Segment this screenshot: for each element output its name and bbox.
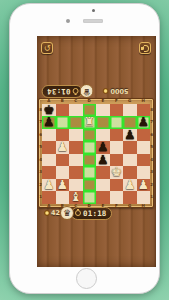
- opponent-time: 01:34: [47, 87, 71, 96]
- square-h1[interactable]: [137, 191, 151, 204]
- square-c7[interactable]: [69, 116, 83, 129]
- square-h5[interactable]: [137, 141, 151, 154]
- front-camera-icon: [66, 19, 70, 23]
- player-timer: ♛ 01:18: [60, 206, 112, 221]
- square-e1[interactable]: [96, 191, 110, 204]
- rank-label-6: 6: [150, 129, 154, 142]
- square-f2[interactable]: [110, 179, 124, 192]
- rank-labels-right: 87654321: [150, 104, 154, 204]
- square-c1[interactable]: ♝: [69, 191, 83, 204]
- square-e7[interactable]: [96, 116, 110, 129]
- piece-white-bishop[interactable]: ♝: [70, 191, 81, 204]
- phone-frame: ↺ ♛ 01:34 5000: [9, 3, 160, 294]
- opponent-rating: 5000: [103, 86, 129, 96]
- square-b1[interactable]: [56, 191, 70, 204]
- square-c4[interactable]: [69, 154, 83, 167]
- back-icon: ↺: [44, 44, 51, 53]
- square-g8[interactable]: [123, 104, 137, 117]
- rank-label-2: 2: [150, 179, 154, 192]
- rank-label-3: 3: [150, 166, 154, 179]
- square-d7[interactable]: ♜: [83, 116, 97, 129]
- square-b8[interactable]: [56, 104, 70, 117]
- sensor-dot-icon: [92, 9, 95, 12]
- square-d6[interactable]: [83, 129, 97, 142]
- piece-black-pawn[interactable]: ♟: [43, 116, 54, 129]
- square-f8[interactable]: [110, 104, 124, 117]
- rank-label-8: 8: [150, 104, 154, 117]
- square-g5[interactable]: [123, 141, 137, 154]
- piece-black-pawn[interactable]: ♟: [124, 129, 135, 142]
- rank-label-7: 7: [150, 116, 154, 129]
- square-b4[interactable]: [56, 154, 70, 167]
- medal-icon: [103, 88, 109, 94]
- stopwatch-icon: [72, 88, 78, 94]
- piece-white-pawn[interactable]: ♟: [43, 179, 54, 192]
- square-d3[interactable]: [83, 166, 97, 179]
- square-f6[interactable]: [110, 129, 124, 142]
- square-e4[interactable]: ♟: [96, 154, 110, 167]
- square-a7[interactable]: ♟: [42, 116, 56, 129]
- piece-white-pawn[interactable]: ♟: [124, 179, 135, 192]
- home-button[interactable]: [76, 268, 97, 289]
- board-grid: ♚♟♜♟♟♟♟♟♚♟♟♟♟♝: [42, 104, 150, 204]
- square-g6[interactable]: ♟: [123, 129, 137, 142]
- square-c6[interactable]: [69, 129, 83, 142]
- sound-icon: [141, 45, 150, 53]
- page-background: ↺ ♛ 01:34 5000: [0, 0, 169, 300]
- opponent-rating-value: 5000: [110, 87, 128, 95]
- square-h6[interactable]: [137, 129, 151, 142]
- piece-white-pawn[interactable]: ♟: [57, 179, 68, 192]
- app-screen: ↺ ♛ 01:34 5000: [37, 36, 156, 268]
- medal-icon: [44, 210, 50, 216]
- square-h7[interactable]: ♟: [137, 116, 151, 129]
- speaker-grille: [83, 19, 103, 23]
- square-c8[interactable]: [69, 104, 83, 117]
- square-e2[interactable]: [96, 179, 110, 192]
- back-button[interactable]: ↺: [41, 42, 53, 54]
- square-a5[interactable]: [42, 141, 56, 154]
- piece-white-pawn[interactable]: ♟: [57, 141, 68, 154]
- square-g2[interactable]: ♟: [123, 179, 137, 192]
- square-a4[interactable]: [42, 154, 56, 167]
- opponent-timer: ♛ 01:34: [42, 84, 94, 99]
- piece-black-pawn[interactable]: ♟: [138, 116, 149, 129]
- square-a6[interactable]: [42, 129, 56, 142]
- player-timer-bar: 01:18: [71, 207, 112, 220]
- chess-board: ABCDEFGH ABCDEFGH 87654321 87654321 ♚♟♜♟…: [38, 98, 154, 208]
- rank-label-5: 5: [150, 141, 154, 154]
- square-a2[interactable]: ♟: [42, 179, 56, 192]
- square-b7[interactable]: [56, 116, 70, 129]
- piece-white-king[interactable]: ♚: [111, 166, 122, 179]
- square-c3[interactable]: [69, 166, 83, 179]
- square-g4[interactable]: [123, 154, 137, 167]
- file-label-g: G: [123, 204, 137, 209]
- player-time: 01:18: [83, 209, 107, 218]
- square-f3[interactable]: ♚: [110, 166, 124, 179]
- square-f7[interactable]: [110, 116, 124, 129]
- piece-white-rook[interactable]: ♜: [84, 116, 95, 129]
- square-d1[interactable]: [83, 191, 97, 204]
- piece-black-pawn[interactable]: ♟: [97, 154, 108, 167]
- opponent-timer-bar: 01:34: [42, 85, 83, 98]
- queen-avatar-icon: ♛: [82, 87, 90, 96]
- rank-label-1: 1: [150, 191, 154, 204]
- square-h4[interactable]: [137, 154, 151, 167]
- square-d5[interactable]: [83, 141, 97, 154]
- file-label-h: H: [137, 204, 151, 209]
- square-e3[interactable]: [96, 166, 110, 179]
- square-a1[interactable]: [42, 191, 56, 204]
- sound-button[interactable]: [139, 42, 151, 54]
- square-e8[interactable]: [96, 104, 110, 117]
- square-h2[interactable]: ♟: [137, 179, 151, 192]
- square-d2[interactable]: [83, 179, 97, 192]
- rank-label-4: 4: [150, 154, 154, 167]
- square-b5[interactable]: ♟: [56, 141, 70, 154]
- square-f1[interactable]: [110, 191, 124, 204]
- piece-white-pawn[interactable]: ♟: [138, 179, 149, 192]
- stopwatch-icon: [75, 210, 81, 216]
- queen-avatar-icon: ♛: [63, 209, 71, 218]
- square-d4[interactable]: [83, 154, 97, 167]
- square-g1[interactable]: [123, 191, 137, 204]
- player-avatar: ♛: [60, 206, 74, 220]
- square-b2[interactable]: ♟: [56, 179, 70, 192]
- opponent-avatar: ♛: [79, 84, 93, 98]
- square-f5[interactable]: [110, 141, 124, 154]
- square-c5[interactable]: [69, 141, 83, 154]
